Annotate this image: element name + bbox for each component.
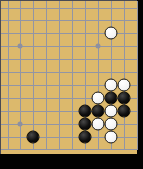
board-grid-line [46, 1, 47, 150]
stone-black [78, 117, 91, 130]
board-grid-line [1, 149, 137, 150]
board-grid-line [1, 72, 137, 73]
go-board[interactable] [1, 1, 137, 154]
board-grid-line [59, 1, 60, 150]
stone-white [117, 78, 130, 91]
stone-white [104, 27, 117, 40]
stone-black [78, 130, 91, 143]
board-frame [0, 0, 143, 169]
board-grid-line [33, 1, 34, 150]
stone-white [104, 117, 117, 130]
star-point [18, 121, 23, 126]
star-point [95, 44, 100, 49]
stone-black [104, 91, 117, 104]
board-grid-line [137, 1, 138, 150]
stone-white [104, 104, 117, 117]
board-grid-line [72, 1, 73, 150]
board-grid-line [1, 8, 137, 9]
stone-black [27, 130, 40, 143]
stone-black [117, 104, 130, 117]
board-grid-line [1, 59, 137, 60]
board-grid-line [20, 1, 21, 150]
board-grid-line [124, 1, 125, 150]
star-point [18, 44, 23, 49]
board-grid-line [1, 20, 137, 21]
board-grid-line [8, 1, 9, 150]
stone-white [91, 91, 104, 104]
stone-black [78, 104, 91, 117]
stone-black [91, 104, 104, 117]
stone-white [91, 117, 104, 130]
stone-black [117, 91, 130, 104]
stone-white [104, 78, 117, 91]
stone-white [104, 130, 117, 143]
